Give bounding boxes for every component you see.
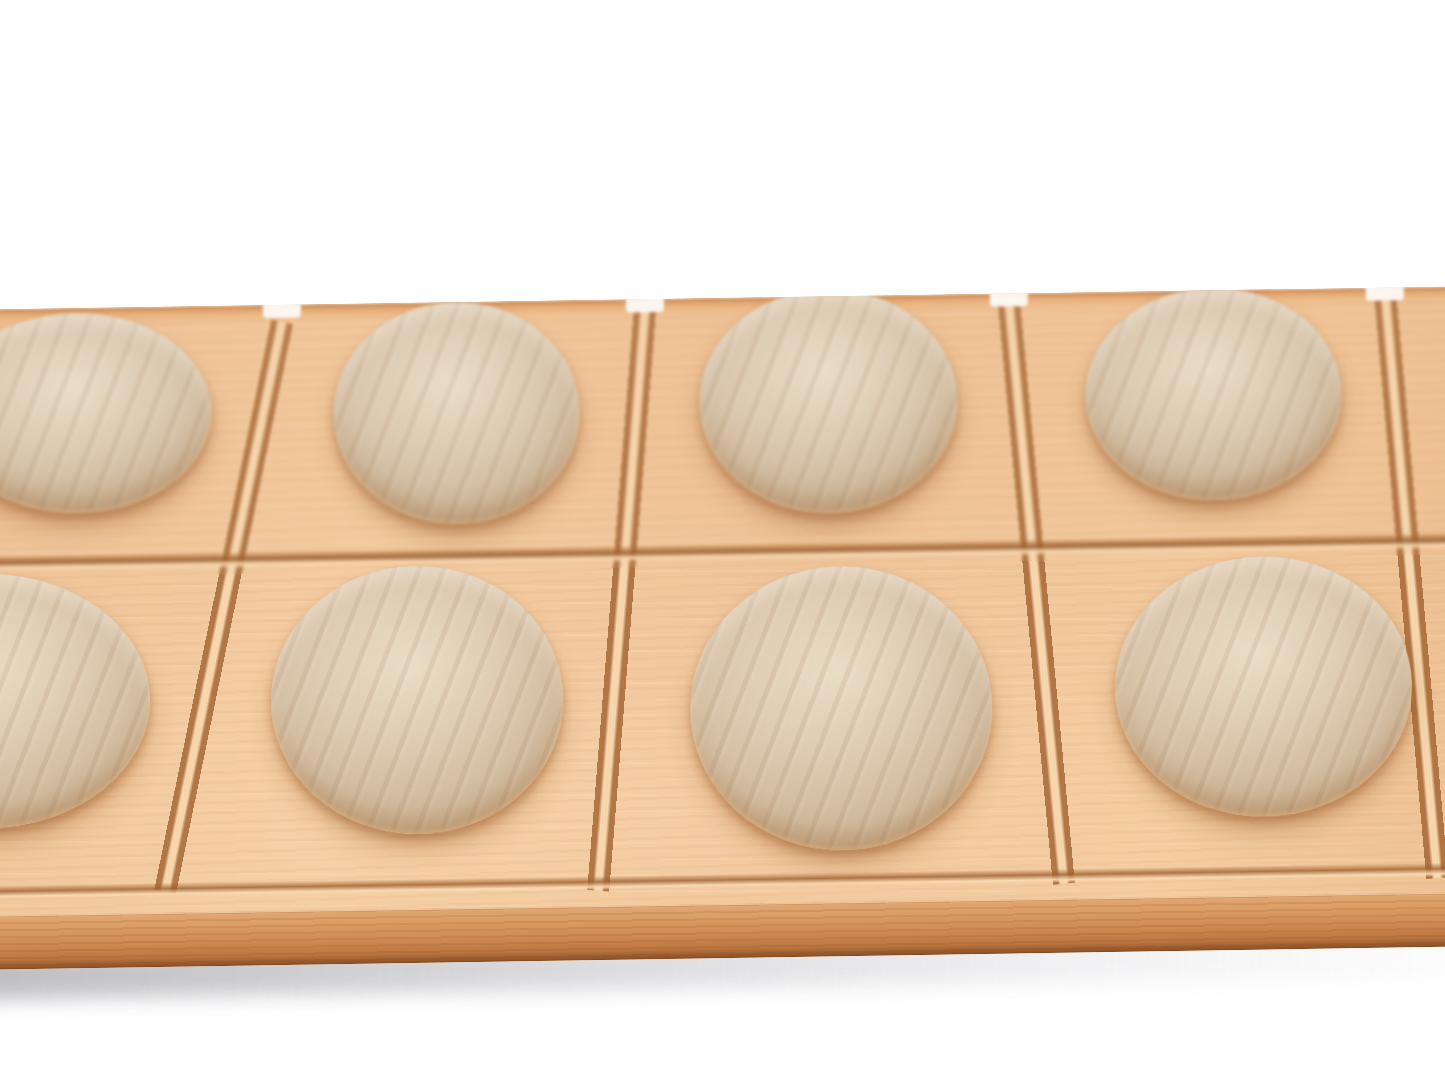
ten-frame-board xyxy=(0,286,1445,971)
counter-disc-A4[interactable] xyxy=(1084,286,1343,502)
counter-disc-B2[interactable] xyxy=(269,564,565,837)
photo-scene: { "caption": "Wooden ten-frame counting … xyxy=(0,0,1445,1084)
counter-disc-B1[interactable] xyxy=(0,571,152,831)
counter-disc-B4[interactable] xyxy=(1113,554,1414,819)
counter-disc-B3[interactable] xyxy=(688,564,994,853)
counter-disc-A3[interactable] xyxy=(698,287,959,515)
counter-disc-A1[interactable] xyxy=(0,311,213,515)
counter-disc-A2[interactable] xyxy=(332,300,581,526)
discs-layer xyxy=(0,286,1445,971)
